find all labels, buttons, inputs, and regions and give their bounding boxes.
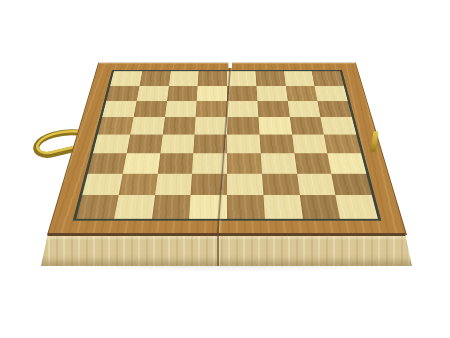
square-h3 [328, 153, 367, 173]
square-g8 [284, 71, 315, 85]
square-f2 [262, 173, 300, 195]
square-a5 [98, 117, 134, 134]
square-e2 [227, 173, 263, 195]
square-g5 [289, 117, 324, 134]
square-b4 [126, 135, 162, 154]
square-c5 [162, 117, 195, 134]
product-photo [0, 0, 450, 338]
square-d5 [195, 117, 227, 134]
square-f8 [255, 71, 285, 85]
square-h1 [336, 195, 378, 219]
square-e8 [227, 71, 256, 85]
square-c6 [165, 101, 197, 117]
square-c7 [167, 86, 198, 101]
square-b7 [136, 86, 168, 101]
square-g4 [292, 135, 328, 154]
square-a8 [110, 71, 142, 85]
box-front-side [41, 233, 413, 266]
square-g3 [294, 153, 331, 173]
square-b3 [123, 153, 160, 173]
square-f5 [258, 117, 291, 134]
chess-board-top [47, 63, 407, 235]
square-a3 [88, 153, 127, 173]
square-h6 [318, 101, 352, 117]
square-c8 [169, 71, 199, 85]
square-h7 [315, 86, 348, 101]
square-e7 [227, 86, 257, 101]
square-a1 [76, 195, 118, 219]
square-h5 [321, 117, 357, 134]
square-e5 [227, 117, 259, 134]
square-d4 [193, 135, 227, 154]
square-a2 [82, 173, 122, 195]
square-f6 [257, 101, 289, 117]
square-g2 [297, 173, 336, 195]
square-g1 [299, 195, 340, 219]
square-d8 [198, 71, 227, 85]
square-e4 [227, 135, 261, 154]
square-a4 [93, 135, 130, 154]
square-c2 [155, 173, 193, 195]
square-f4 [259, 135, 294, 154]
square-h4 [324, 135, 361, 154]
square-b1 [114, 195, 155, 219]
square-d6 [196, 101, 227, 117]
square-d1 [189, 195, 227, 219]
square-b8 [139, 71, 170, 85]
square-g6 [287, 101, 320, 117]
square-e6 [227, 101, 258, 117]
square-a6 [102, 101, 136, 117]
square-f7 [256, 86, 287, 101]
side-fold-seam [217, 236, 219, 266]
square-h8 [312, 71, 344, 85]
square-e1 [227, 195, 265, 219]
square-b2 [118, 173, 157, 195]
square-b6 [133, 101, 166, 117]
square-d7 [197, 86, 227, 101]
square-g7 [285, 86, 317, 101]
square-e3 [227, 153, 262, 173]
square-h2 [331, 173, 371, 195]
square-c3 [157, 153, 193, 173]
square-c1 [152, 195, 191, 219]
square-a7 [106, 86, 139, 101]
square-b5 [130, 117, 165, 134]
square-c4 [160, 135, 195, 154]
fold-gap-notch [228, 63, 232, 69]
square-f1 [263, 195, 302, 219]
square-f3 [261, 153, 297, 173]
